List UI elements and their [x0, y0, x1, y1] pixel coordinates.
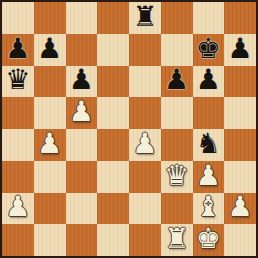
piece-white-pawn-a2[interactable]: ♟ — [5, 193, 30, 221]
square-g3[interactable]: ♟ — [193, 161, 225, 193]
square-e2[interactable] — [129, 193, 161, 225]
square-h3[interactable] — [224, 161, 256, 193]
square-b3[interactable] — [34, 161, 66, 193]
piece-white-queen-f3[interactable]: ♛ — [164, 162, 189, 190]
piece-white-bishop-g2[interactable]: ♝ — [196, 193, 221, 221]
square-f8[interactable] — [161, 2, 193, 34]
piece-black-pawn-g6[interactable]: ♟ — [196, 66, 221, 94]
square-c1[interactable] — [66, 224, 98, 256]
square-c6[interactable]: ♟ — [66, 66, 98, 98]
square-f6[interactable]: ♟ — [161, 66, 193, 98]
square-g2[interactable]: ♝ — [193, 193, 225, 225]
square-g6[interactable]: ♟ — [193, 66, 225, 98]
square-b1[interactable] — [34, 224, 66, 256]
square-d5[interactable] — [97, 97, 129, 129]
square-h1[interactable] — [224, 224, 256, 256]
square-d1[interactable] — [97, 224, 129, 256]
square-a1[interactable] — [2, 224, 34, 256]
square-f7[interactable] — [161, 34, 193, 66]
square-e1[interactable] — [129, 224, 161, 256]
piece-black-pawn-f6[interactable]: ♟ — [164, 66, 189, 94]
square-c5[interactable]: ♟ — [66, 97, 98, 129]
square-f3[interactable]: ♛ — [161, 161, 193, 193]
square-g1[interactable]: ♚ — [193, 224, 225, 256]
square-d8[interactable] — [97, 2, 129, 34]
square-b8[interactable] — [34, 2, 66, 34]
square-d3[interactable] — [97, 161, 129, 193]
piece-black-rook-e8[interactable]: ♜ — [132, 3, 157, 31]
square-b2[interactable] — [34, 193, 66, 225]
square-g8[interactable] — [193, 2, 225, 34]
square-a6[interactable]: ♛ — [2, 66, 34, 98]
square-b6[interactable] — [34, 66, 66, 98]
square-e4[interactable]: ♟ — [129, 129, 161, 161]
piece-white-pawn-h2[interactable]: ♟ — [228, 193, 253, 221]
square-b5[interactable] — [34, 97, 66, 129]
square-d2[interactable] — [97, 193, 129, 225]
piece-white-pawn-g3[interactable]: ♟ — [196, 162, 221, 190]
square-c8[interactable] — [66, 2, 98, 34]
piece-white-king-g1[interactable]: ♚ — [196, 225, 221, 253]
piece-black-queen-a6[interactable]: ♛ — [5, 66, 30, 94]
square-c3[interactable] — [66, 161, 98, 193]
piece-white-pawn-c5[interactable]: ♟ — [69, 98, 94, 126]
square-c7[interactable] — [66, 34, 98, 66]
square-c4[interactable] — [66, 129, 98, 161]
piece-black-knight-g4[interactable]: ♞ — [196, 130, 221, 158]
square-d6[interactable] — [97, 66, 129, 98]
square-e7[interactable] — [129, 34, 161, 66]
square-a5[interactable] — [2, 97, 34, 129]
square-b4[interactable]: ♟ — [34, 129, 66, 161]
square-f2[interactable] — [161, 193, 193, 225]
piece-white-pawn-b4[interactable]: ♟ — [37, 130, 62, 158]
square-f5[interactable] — [161, 97, 193, 129]
square-h7[interactable]: ♟ — [224, 34, 256, 66]
chess-board-frame: ♜♟♟♚♟♛♟♟♟♟♟♟♞♛♟♟♝♟♜♚ — [0, 0, 258, 258]
square-h5[interactable] — [224, 97, 256, 129]
square-a2[interactable]: ♟ — [2, 193, 34, 225]
piece-black-pawn-a7[interactable]: ♟ — [5, 35, 30, 63]
square-e3[interactable] — [129, 161, 161, 193]
square-a7[interactable]: ♟ — [2, 34, 34, 66]
square-a3[interactable] — [2, 161, 34, 193]
square-h6[interactable] — [224, 66, 256, 98]
square-c2[interactable] — [66, 193, 98, 225]
square-e6[interactable] — [129, 66, 161, 98]
square-h8[interactable] — [224, 2, 256, 34]
square-h2[interactable]: ♟ — [224, 193, 256, 225]
square-g7[interactable]: ♚ — [193, 34, 225, 66]
square-f4[interactable] — [161, 129, 193, 161]
piece-white-rook-f1[interactable]: ♜ — [164, 225, 189, 253]
square-d7[interactable] — [97, 34, 129, 66]
piece-black-pawn-c6[interactable]: ♟ — [69, 66, 94, 94]
square-h4[interactable] — [224, 129, 256, 161]
square-e5[interactable] — [129, 97, 161, 129]
piece-black-pawn-h7[interactable]: ♟ — [228, 35, 253, 63]
square-g4[interactable]: ♞ — [193, 129, 225, 161]
square-a8[interactable] — [2, 2, 34, 34]
square-f1[interactable]: ♜ — [161, 224, 193, 256]
square-b7[interactable]: ♟ — [34, 34, 66, 66]
square-a4[interactable] — [2, 129, 34, 161]
piece-black-king-g7[interactable]: ♚ — [196, 35, 221, 63]
square-e8[interactable]: ♜ — [129, 2, 161, 34]
piece-white-pawn-e4[interactable]: ♟ — [132, 130, 157, 158]
chess-board: ♜♟♟♚♟♛♟♟♟♟♟♟♞♛♟♟♝♟♜♚ — [2, 2, 256, 256]
piece-black-pawn-b7[interactable]: ♟ — [37, 35, 62, 63]
square-g5[interactable] — [193, 97, 225, 129]
square-d4[interactable] — [97, 129, 129, 161]
